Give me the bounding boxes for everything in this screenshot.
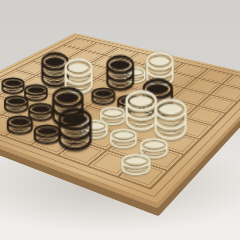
checkers-board: ⛂⛃⛃⛃⛃⛂⛂⛃⛂⛂⛂⛃⛃⛂⛂⛃⛂⛂⛂⛂⛂⛂⛃⛂: [0, 33, 240, 203]
scene: ⛂⛃⛃⛃⛃⛂⛂⛃⛂⛂⛂⛃⛃⛂⛂⛃⛂⛂⛂⛂⛂⛂⛃⛂: [0, 0, 240, 240]
black-man-piece[interactable]: ⛂: [6, 107, 35, 139]
board-grid: ⛂⛃⛃⛃⛃⛂⛂⛃⛂⛂⛂⛃⛃⛂⛂⛃⛂⛂⛂⛂⛂⛂⛃⛂: [0, 38, 240, 190]
black-king-piece[interactable]: ⛃: [57, 104, 94, 158]
white-man-piece[interactable]: ⛂: [120, 145, 152, 181]
square-c8r2[interactable]: [210, 84, 240, 101]
photo-stage: ⛂⛃⛃⛃⛃⛂⛂⛃⛂⛂⛂⛃⛃⛂⛂⛃⛂⛂⛂⛂⛂⛂⛃⛂: [0, 0, 240, 240]
